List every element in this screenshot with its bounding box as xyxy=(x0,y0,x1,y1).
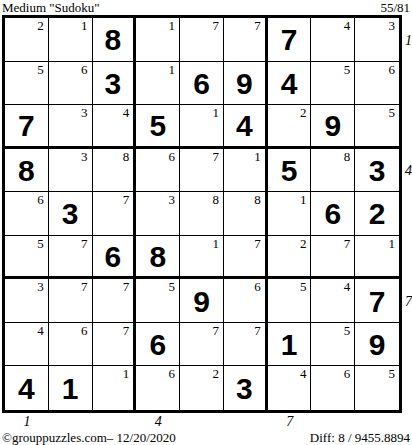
given-digit: 7 xyxy=(5,105,48,146)
given-digit: 6 xyxy=(93,236,134,277)
pencil-mark: 3 xyxy=(389,18,396,34)
cell-r2c6[interactable]: 9 xyxy=(224,62,268,106)
pencil-mark: 2 xyxy=(37,18,44,34)
cell-r5c4[interactable]: 3 xyxy=(136,192,180,236)
cell-r8c1[interactable]: 4 xyxy=(5,323,49,367)
row-label-1: 1 xyxy=(405,34,412,48)
row-label-4: 4 xyxy=(405,164,412,178)
cell-r8c4[interactable]: 6 xyxy=(136,323,180,367)
pencil-mark: 7 xyxy=(123,192,130,208)
cell-r3c6[interactable]: 4 xyxy=(224,105,268,149)
cell-r7c4[interactable]: 5 xyxy=(136,279,180,323)
col-label-4: 4 xyxy=(136,415,180,429)
pencil-mark: 5 xyxy=(389,105,396,121)
cell-r3c1[interactable]: 7 xyxy=(5,105,49,149)
pencil-mark: 3 xyxy=(81,149,88,165)
given-digit: 2 xyxy=(355,192,399,235)
cell-r7c3[interactable]: 7 xyxy=(93,279,137,323)
cell-r1c9[interactable]: 3 xyxy=(355,18,399,62)
given-digit: 1 xyxy=(268,323,311,366)
cell-r3c8[interactable]: 9 xyxy=(311,105,355,149)
copyright-text: ©grouppuzzles.com– 12/20/2020 xyxy=(2,431,176,444)
cell-r2c8[interactable]: 5 xyxy=(311,62,355,106)
pencil-mark: 1 xyxy=(212,105,219,121)
pencil-mark: 3 xyxy=(81,105,88,121)
cell-r9c7[interactable]: 4 xyxy=(268,366,312,410)
pencil-mark: 4 xyxy=(300,366,307,382)
pencil-mark: 1 xyxy=(169,18,176,34)
cell-r7c7[interactable]: 5 xyxy=(268,279,312,323)
pencil-mark: 6 xyxy=(169,366,176,382)
pencil-mark: 7 xyxy=(212,149,219,165)
cell-r9c8[interactable]: 6 xyxy=(311,366,355,410)
given-digit: 3 xyxy=(49,192,92,235)
cell-r8c8[interactable]: 5 xyxy=(311,323,355,367)
cell-r8c2[interactable]: 6 xyxy=(49,323,93,367)
given-digit: 6 xyxy=(180,62,223,105)
cell-r4c6[interactable]: 1 xyxy=(224,149,268,193)
sudoku-board: 2181777435631694567345142958386715836373… xyxy=(2,15,402,413)
cell-r4c4[interactable]: 6 xyxy=(136,149,180,193)
pencil-mark: 5 xyxy=(37,62,44,78)
cell-r8c6[interactable]: 7 xyxy=(224,323,268,367)
cell-r6c2[interactable]: 7 xyxy=(49,236,93,280)
cell-r6c9[interactable]: 1 xyxy=(355,236,399,280)
given-digit: 4 xyxy=(268,62,311,105)
cell-r7c9[interactable]: 7 xyxy=(355,279,399,323)
cell-r5c7[interactable]: 1 xyxy=(268,192,312,236)
col-labels: 147 xyxy=(2,413,402,429)
page-title: Medium "Sudoku" xyxy=(2,1,100,14)
cell-r3c7[interactable]: 2 xyxy=(268,105,312,149)
col-label-1: 1 xyxy=(5,415,49,429)
cell-r6c1[interactable]: 5 xyxy=(5,236,49,280)
footer: ©grouppuzzles.com– 12/20/2020 Diff: 8 / … xyxy=(0,429,412,444)
cell-r5c1[interactable]: 6 xyxy=(5,192,49,236)
cell-r4c5[interactable]: 7 xyxy=(180,149,224,193)
given-digit: 4 xyxy=(5,366,48,410)
cell-r8c7[interactable]: 1 xyxy=(268,323,312,367)
pencil-mark: 7 xyxy=(212,18,219,34)
cell-r2c2[interactable]: 6 xyxy=(49,62,93,106)
pencil-mark: 6 xyxy=(254,279,261,295)
cell-r2c9[interactable]: 6 xyxy=(355,62,399,106)
given-digit: 1 xyxy=(49,366,92,410)
cell-r4c9[interactable]: 3 xyxy=(355,149,399,193)
pencil-mark: 1 xyxy=(254,149,261,165)
pencil-mark: 7 xyxy=(344,236,351,252)
cell-r6c8[interactable]: 7 xyxy=(311,236,355,280)
cell-r5c2[interactable]: 3 xyxy=(49,192,93,236)
cell-r1c6[interactable]: 7 xyxy=(224,18,268,62)
given-digit: 6 xyxy=(136,323,179,366)
cell-r9c3[interactable]: 1 xyxy=(93,366,137,410)
pencil-mark: 4 xyxy=(37,323,44,339)
cell-r9c4[interactable]: 6 xyxy=(136,366,180,410)
given-digit: 5 xyxy=(136,105,179,146)
pencil-mark: 6 xyxy=(37,192,44,208)
cell-r4c7[interactable]: 5 xyxy=(268,149,312,193)
cell-r4c1[interactable]: 8 xyxy=(5,149,49,193)
cell-r6c6[interactable]: 7 xyxy=(224,236,268,280)
cell-r7c2[interactable]: 7 xyxy=(49,279,93,323)
pencil-mark: 8 xyxy=(123,149,130,165)
given-digit: 8 xyxy=(5,149,48,192)
given-digit: 5 xyxy=(268,149,311,192)
pencil-mark: 5 xyxy=(389,366,396,382)
pencil-mark: 6 xyxy=(81,323,88,339)
cell-r6c4[interactable]: 8 xyxy=(136,236,180,280)
cell-r1c4[interactable]: 1 xyxy=(136,18,180,62)
pencil-mark: 7 xyxy=(254,236,261,252)
given-digit: 3 xyxy=(355,149,399,192)
cell-r5c6[interactable]: 8 xyxy=(224,192,268,236)
pencil-mark: 4 xyxy=(344,279,351,295)
given-digit: 9 xyxy=(224,62,265,105)
row-label-7: 7 xyxy=(405,295,412,309)
pencil-mark: 7 xyxy=(123,323,130,339)
pencil-mark: 5 xyxy=(169,279,176,295)
pencil-mark: 8 xyxy=(212,192,219,208)
cell-r7c6[interactable]: 6 xyxy=(224,279,268,323)
cell-r2c1[interactable]: 5 xyxy=(5,62,49,106)
cell-r4c3[interactable]: 8 xyxy=(93,149,137,193)
cell-r3c9[interactable]: 5 xyxy=(355,105,399,149)
cell-r7c1[interactable]: 3 xyxy=(5,279,49,323)
cell-r2c7[interactable]: 4 xyxy=(268,62,312,106)
header: Medium "Sudoku" 55/81 xyxy=(0,0,412,15)
pencil-mark: 6 xyxy=(169,149,176,165)
cells-remaining-counter: 55/81 xyxy=(380,1,410,14)
pencil-mark: 3 xyxy=(169,192,176,208)
cell-r6c5[interactable]: 1 xyxy=(180,236,224,280)
pencil-mark: 1 xyxy=(212,236,219,252)
given-digit: 9 xyxy=(180,279,223,322)
cell-r5c9[interactable]: 2 xyxy=(355,192,399,236)
cell-r1c3[interactable]: 8 xyxy=(93,18,137,62)
cell-r6c7[interactable]: 2 xyxy=(268,236,312,280)
pencil-mark: 6 xyxy=(389,62,396,78)
pencil-mark: 4 xyxy=(344,18,351,34)
pencil-mark: 1 xyxy=(81,18,88,34)
cell-r9c9[interactable]: 5 xyxy=(355,366,399,410)
cell-r1c7[interactable]: 7 xyxy=(268,18,312,62)
given-digit: 4 xyxy=(224,105,265,146)
cell-r1c5[interactable]: 7 xyxy=(180,18,224,62)
cell-r1c2[interactable]: 1 xyxy=(49,18,93,62)
pencil-mark: 4 xyxy=(123,105,130,121)
given-digit: 3 xyxy=(224,366,265,410)
given-digit: 8 xyxy=(93,18,134,61)
given-digit: 7 xyxy=(268,18,311,61)
pencil-mark: 7 xyxy=(254,323,261,339)
pencil-mark: 7 xyxy=(81,279,88,295)
given-digit: 8 xyxy=(136,236,179,277)
cell-r7c5[interactable]: 9 xyxy=(180,279,224,323)
pencil-mark: 6 xyxy=(81,62,88,78)
pencil-mark: 8 xyxy=(344,149,351,165)
given-digit: 6 xyxy=(311,192,354,235)
pencil-mark: 5 xyxy=(344,323,351,339)
board-area: 2181777435631694567345142958386715836373… xyxy=(0,15,412,413)
cell-r5c3[interactable]: 7 xyxy=(93,192,137,236)
given-digit: 3 xyxy=(93,62,134,105)
cell-r3c4[interactable]: 5 xyxy=(136,105,180,149)
cell-r2c5[interactable]: 6 xyxy=(180,62,224,106)
cell-r9c6[interactable]: 3 xyxy=(224,366,268,410)
difficulty-text: Diff: 8 / 9455.8894 xyxy=(310,431,410,444)
pencil-mark: 6 xyxy=(344,366,351,382)
given-digit: 7 xyxy=(355,279,399,322)
cell-r3c3[interactable]: 4 xyxy=(93,105,137,149)
cell-r1c8[interactable]: 4 xyxy=(311,18,355,62)
cell-r9c5[interactable]: 2 xyxy=(180,366,224,410)
cell-r3c2[interactable]: 3 xyxy=(49,105,93,149)
pencil-mark: 3 xyxy=(37,279,44,295)
pencil-mark: 7 xyxy=(254,18,261,34)
cell-r1c1[interactable]: 2 xyxy=(5,18,49,62)
cell-r4c2[interactable]: 3 xyxy=(49,149,93,193)
given-digit: 9 xyxy=(355,323,399,366)
given-digit: 9 xyxy=(311,105,354,146)
cell-r7c8[interactable]: 4 xyxy=(311,279,355,323)
pencil-mark: 1 xyxy=(300,192,307,208)
pencil-mark: 2 xyxy=(300,105,307,121)
cell-r2c3[interactable]: 3 xyxy=(93,62,137,106)
pencil-mark: 5 xyxy=(37,236,44,252)
sudoku-page: Medium "Sudoku" 55/81 218177743563169456… xyxy=(0,0,412,445)
cell-r2c4[interactable]: 1 xyxy=(136,62,180,106)
cell-r3c5[interactable]: 1 xyxy=(180,105,224,149)
cell-r6c3[interactable]: 6 xyxy=(93,236,137,280)
pencil-mark: 7 xyxy=(81,236,88,252)
cell-r9c1[interactable]: 4 xyxy=(5,366,49,410)
pencil-mark: 1 xyxy=(389,236,396,252)
pencil-mark: 2 xyxy=(300,236,307,252)
cell-r9c2[interactable]: 1 xyxy=(49,366,93,410)
pencil-mark: 7 xyxy=(212,323,219,339)
col-label-7: 7 xyxy=(268,415,312,429)
pencil-mark: 7 xyxy=(123,279,130,295)
cell-r5c5[interactable]: 8 xyxy=(180,192,224,236)
cell-r8c5[interactable]: 7 xyxy=(180,323,224,367)
pencil-mark: 2 xyxy=(212,366,219,382)
pencil-mark: 8 xyxy=(254,192,261,208)
cell-r8c9[interactable]: 9 xyxy=(355,323,399,367)
pencil-mark: 5 xyxy=(300,279,307,295)
cell-r5c8[interactable]: 6 xyxy=(311,192,355,236)
pencil-mark: 5 xyxy=(344,62,351,78)
pencil-mark: 1 xyxy=(123,366,130,382)
pencil-mark: 1 xyxy=(169,62,176,78)
cell-r4c8[interactable]: 8 xyxy=(311,149,355,193)
cell-r8c3[interactable]: 7 xyxy=(93,323,137,367)
